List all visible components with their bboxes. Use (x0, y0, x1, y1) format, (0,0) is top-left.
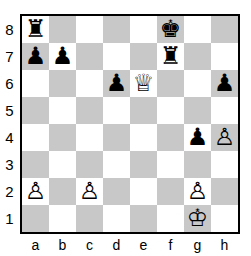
piece-black-pawn-d6[interactable]: ♟ (106, 70, 128, 97)
square-g3[interactable] (184, 151, 211, 178)
file-label-c: c (76, 237, 103, 253)
square-f5[interactable] (157, 97, 184, 124)
square-d6[interactable]: ♟ (103, 70, 130, 97)
square-c2[interactable]: ♙ (76, 178, 103, 205)
square-g5[interactable] (184, 97, 211, 124)
square-h7[interactable] (211, 43, 238, 70)
file-label-e: e (130, 237, 157, 253)
rank-label-8: 8 (2, 16, 17, 43)
square-b4[interactable] (49, 124, 76, 151)
square-a4[interactable] (22, 124, 49, 151)
file-label-b: b (49, 237, 76, 253)
square-a5[interactable] (22, 97, 49, 124)
square-h6[interactable]: ♟ (211, 70, 238, 97)
rank-label-2: 2 (2, 178, 17, 205)
piece-black-pawn-g4[interactable]: ♟ (187, 124, 209, 151)
square-g7[interactable] (184, 43, 211, 70)
square-a2[interactable]: ♙ (22, 178, 49, 205)
square-d7[interactable] (103, 43, 130, 70)
piece-black-king-f8[interactable]: ♚ (160, 16, 182, 43)
square-g4[interactable]: ♟ (184, 124, 211, 151)
piece-black-pawn-b7[interactable]: ♟ (52, 43, 74, 70)
rank-label-4: 4 (2, 124, 17, 151)
chess-diagram: ♜♚♟♟♜♟♕♟♟♙♙♙♙♔ 87654321abcdefgh (0, 0, 251, 256)
square-f6[interactable] (157, 70, 184, 97)
square-g6[interactable] (184, 70, 211, 97)
square-b7[interactable]: ♟ (49, 43, 76, 70)
piece-white-pawn-g2[interactable]: ♙ (187, 178, 209, 205)
square-a7[interactable]: ♟ (22, 43, 49, 70)
square-f7[interactable]: ♜ (157, 43, 184, 70)
rank-label-7: 7 (2, 43, 17, 70)
square-a6[interactable] (22, 70, 49, 97)
square-d8[interactable] (103, 16, 130, 43)
square-e4[interactable] (130, 124, 157, 151)
square-e7[interactable] (130, 43, 157, 70)
square-e8[interactable] (130, 16, 157, 43)
square-c4[interactable] (76, 124, 103, 151)
square-c3[interactable] (76, 151, 103, 178)
square-c7[interactable] (76, 43, 103, 70)
square-g8[interactable] (184, 16, 211, 43)
square-e6[interactable]: ♕ (130, 70, 157, 97)
square-f8[interactable]: ♚ (157, 16, 184, 43)
square-c1[interactable] (76, 205, 103, 232)
square-f3[interactable] (157, 151, 184, 178)
file-label-h: h (211, 237, 238, 253)
square-g2[interactable]: ♙ (184, 178, 211, 205)
square-d5[interactable] (103, 97, 130, 124)
square-f4[interactable] (157, 124, 184, 151)
square-e2[interactable] (130, 178, 157, 205)
piece-white-pawn-a2[interactable]: ♙ (25, 178, 47, 205)
piece-white-queen-e6[interactable]: ♕ (133, 70, 155, 97)
square-h8[interactable] (211, 16, 238, 43)
rank-label-6: 6 (2, 70, 17, 97)
piece-black-rook-a8[interactable]: ♜ (25, 16, 47, 43)
square-b5[interactable] (49, 97, 76, 124)
square-h5[interactable] (211, 97, 238, 124)
square-d4[interactable] (103, 124, 130, 151)
square-c5[interactable] (76, 97, 103, 124)
piece-black-rook-f7[interactable]: ♜ (160, 43, 182, 70)
square-d2[interactable] (103, 178, 130, 205)
piece-white-pawn-h4[interactable]: ♙ (214, 124, 236, 151)
rank-label-5: 5 (2, 97, 17, 124)
square-d1[interactable] (103, 205, 130, 232)
square-e3[interactable] (130, 151, 157, 178)
file-label-g: g (184, 237, 211, 253)
chess-board: ♜♚♟♟♜♟♕♟♟♙♙♙♙♔ (20, 14, 240, 234)
square-h2[interactable] (211, 178, 238, 205)
piece-white-pawn-c2[interactable]: ♙ (79, 178, 101, 205)
square-b6[interactable] (49, 70, 76, 97)
rank-label-1: 1 (2, 205, 17, 232)
square-b3[interactable] (49, 151, 76, 178)
rank-label-3: 3 (2, 151, 17, 178)
square-c8[interactable] (76, 16, 103, 43)
square-g1[interactable]: ♔ (184, 205, 211, 232)
square-f2[interactable] (157, 178, 184, 205)
square-h4[interactable]: ♙ (211, 124, 238, 151)
square-b8[interactable] (49, 16, 76, 43)
square-a3[interactable] (22, 151, 49, 178)
square-a8[interactable]: ♜ (22, 16, 49, 43)
piece-black-pawn-a7[interactable]: ♟ (25, 43, 47, 70)
square-c6[interactable] (76, 70, 103, 97)
file-label-a: a (22, 237, 49, 253)
square-e1[interactable] (130, 205, 157, 232)
square-h1[interactable] (211, 205, 238, 232)
square-f1[interactable] (157, 205, 184, 232)
piece-black-pawn-h6[interactable]: ♟ (214, 70, 236, 97)
file-label-d: d (103, 237, 130, 253)
file-label-f: f (157, 237, 184, 253)
square-b2[interactable] (49, 178, 76, 205)
piece-white-king-g1[interactable]: ♔ (187, 205, 209, 232)
square-a1[interactable] (22, 205, 49, 232)
square-h3[interactable] (211, 151, 238, 178)
square-b1[interactable] (49, 205, 76, 232)
square-e5[interactable] (130, 97, 157, 124)
square-d3[interactable] (103, 151, 130, 178)
